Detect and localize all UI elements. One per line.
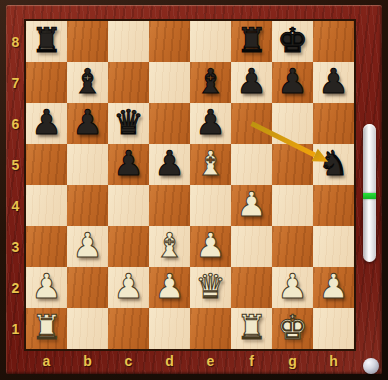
square-f5[interactable]: [231, 144, 272, 185]
piece-white-rook[interactable]: ♜: [31, 307, 61, 348]
rank-label-2: 2: [7, 267, 24, 308]
piece-black-pawn[interactable]: ♟: [72, 102, 102, 143]
file-label-a: a: [26, 350, 67, 372]
piece-black-pawn[interactable]: ♟: [113, 143, 143, 184]
square-d7[interactable]: [149, 62, 190, 103]
square-f7[interactable]: ♟: [231, 62, 272, 103]
piece-black-rook[interactable]: ♜: [31, 20, 61, 61]
rank-label-8: 8: [7, 21, 24, 62]
piece-white-pawn[interactable]: ♟: [113, 266, 143, 307]
square-g2[interactable]: ♟: [272, 267, 313, 308]
piece-black-knight[interactable]: ♞: [318, 143, 348, 184]
square-d3[interactable]: ♝: [149, 226, 190, 267]
square-e3[interactable]: ♟: [190, 226, 231, 267]
square-f4[interactable]: ♟: [231, 185, 272, 226]
file-label-c: c: [108, 350, 149, 372]
piece-black-king[interactable]: ♚: [277, 20, 307, 61]
piece-white-pawn[interactable]: ♟: [277, 266, 307, 307]
piece-white-queen[interactable]: ♛: [195, 266, 225, 307]
square-a8[interactable]: ♜: [26, 21, 67, 62]
square-c5[interactable]: ♟: [108, 144, 149, 185]
piece-black-pawn[interactable]: ♟: [31, 102, 61, 143]
chess-board[interactable]: ♜♜♚♝♝♟♟♟♟♟♛♟♟♟♝♞♟♟♝♟♟♟♟♛♟♟♜♜♚: [26, 21, 354, 349]
square-e8[interactable]: [190, 21, 231, 62]
square-b6[interactable]: ♟: [67, 103, 108, 144]
piece-black-pawn[interactable]: ♟: [277, 61, 307, 102]
square-c7[interactable]: [108, 62, 149, 103]
square-a7[interactable]: [26, 62, 67, 103]
square-a6[interactable]: ♟: [26, 103, 67, 144]
file-label-g: g: [272, 350, 313, 372]
square-f2[interactable]: [231, 267, 272, 308]
square-h3[interactable]: [313, 226, 354, 267]
square-b7[interactable]: ♝: [67, 62, 108, 103]
square-g5[interactable]: [272, 144, 313, 185]
square-e1[interactable]: [190, 308, 231, 349]
rank-label-1: 1: [7, 308, 24, 349]
square-h1[interactable]: [313, 308, 354, 349]
square-d8[interactable]: [149, 21, 190, 62]
square-d1[interactable]: [149, 308, 190, 349]
square-h7[interactable]: ♟: [313, 62, 354, 103]
square-d2[interactable]: ♟: [149, 267, 190, 308]
piece-white-pawn[interactable]: ♟: [318, 266, 348, 307]
rank-label-3: 3: [7, 226, 24, 267]
square-e4[interactable]: [190, 185, 231, 226]
square-g1[interactable]: ♚: [272, 308, 313, 349]
file-label-f: f: [231, 350, 272, 372]
square-h6[interactable]: [313, 103, 354, 144]
piece-black-bishop[interactable]: ♝: [72, 61, 102, 102]
piece-white-bishop[interactable]: ♝: [154, 225, 184, 266]
square-c3[interactable]: [108, 226, 149, 267]
piece-white-rook[interactable]: ♜: [236, 307, 266, 348]
corner-ball-knob-icon[interactable]: [363, 358, 379, 374]
square-c2[interactable]: ♟: [108, 267, 149, 308]
piece-white-king[interactable]: ♚: [277, 307, 307, 348]
file-label-b: b: [67, 350, 108, 372]
rank-label-5: 5: [7, 144, 24, 185]
piece-black-bishop[interactable]: ♝: [195, 61, 225, 102]
square-g8[interactable]: ♚: [272, 21, 313, 62]
file-labels: abcdefgh: [26, 350, 354, 372]
piece-black-pawn[interactable]: ♟: [318, 61, 348, 102]
rank-label-7: 7: [7, 62, 24, 103]
square-a4[interactable]: [26, 185, 67, 226]
square-c6[interactable]: ♛: [108, 103, 149, 144]
square-f1[interactable]: ♜: [231, 308, 272, 349]
file-label-h: h: [313, 350, 354, 372]
square-g3[interactable]: [272, 226, 313, 267]
piece-white-bishop[interactable]: ♝: [195, 143, 225, 184]
square-b3[interactable]: ♟: [67, 226, 108, 267]
square-f6[interactable]: [231, 103, 272, 144]
piece-black-pawn[interactable]: ♟: [195, 102, 225, 143]
file-label-d: d: [149, 350, 190, 372]
square-e2[interactable]: ♛: [190, 267, 231, 308]
square-c8[interactable]: [108, 21, 149, 62]
square-c1[interactable]: [108, 308, 149, 349]
square-d5[interactable]: ♟: [149, 144, 190, 185]
side-slider-thumb[interactable]: [363, 124, 376, 262]
square-g7[interactable]: ♟: [272, 62, 313, 103]
square-b4[interactable]: [67, 185, 108, 226]
piece-black-queen[interactable]: ♛: [113, 102, 143, 143]
square-b1[interactable]: [67, 308, 108, 349]
square-b2[interactable]: [67, 267, 108, 308]
piece-white-pawn[interactable]: ♟: [154, 266, 184, 307]
square-d4[interactable]: [149, 185, 190, 226]
square-a5[interactable]: [26, 144, 67, 185]
file-label-e: e: [190, 350, 231, 372]
piece-white-pawn[interactable]: ♟: [72, 225, 102, 266]
square-h4[interactable]: [313, 185, 354, 226]
rank-labels: 87654321: [7, 21, 24, 349]
piece-white-pawn[interactable]: ♟: [236, 184, 266, 225]
square-f3[interactable]: [231, 226, 272, 267]
slider-green-marker-icon: [363, 193, 376, 199]
piece-black-rook[interactable]: ♜: [236, 20, 266, 61]
square-e7[interactable]: ♝: [190, 62, 231, 103]
rank-label-6: 6: [7, 103, 24, 144]
piece-black-pawn[interactable]: ♟: [154, 143, 184, 184]
piece-white-pawn[interactable]: ♟: [31, 266, 61, 307]
square-h8[interactable]: [313, 21, 354, 62]
square-e5[interactable]: ♝: [190, 144, 231, 185]
chess-app-window: 87654321 abcdefgh ♜♜♚♝♝♟♟♟♟♟♛♟♟♟♝♞♟♟♝♟♟♟…: [0, 0, 388, 380]
square-b8[interactable]: [67, 21, 108, 62]
square-g4[interactable]: [272, 185, 313, 226]
rank-label-4: 4: [7, 185, 24, 226]
square-a2[interactable]: ♟: [26, 267, 67, 308]
square-f8[interactable]: ♜: [231, 21, 272, 62]
piece-black-pawn[interactable]: ♟: [236, 61, 266, 102]
square-a3[interactable]: [26, 226, 67, 267]
square-c4[interactable]: [108, 185, 149, 226]
square-a1[interactable]: ♜: [26, 308, 67, 349]
square-g6[interactable]: [272, 103, 313, 144]
square-h2[interactable]: ♟: [313, 267, 354, 308]
piece-white-pawn[interactable]: ♟: [195, 225, 225, 266]
square-b5[interactable]: [67, 144, 108, 185]
square-h5[interactable]: ♞: [313, 144, 354, 185]
square-e6[interactable]: ♟: [190, 103, 231, 144]
square-d6[interactable]: [149, 103, 190, 144]
